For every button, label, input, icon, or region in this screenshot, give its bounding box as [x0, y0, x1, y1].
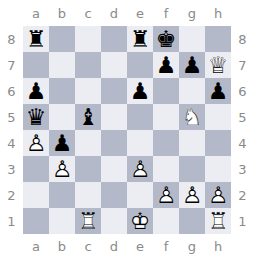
square-f8[interactable]: ♚: [153, 26, 179, 52]
piece-outline-glyph: ♘: [179, 104, 205, 130]
square-e8[interactable]: ♜: [127, 26, 153, 52]
file-labels-top: abcdefgh: [23, 0, 231, 26]
square-e7[interactable]: [127, 52, 153, 78]
piece-glyph: ♟: [49, 130, 75, 156]
square-g3[interactable]: [179, 156, 205, 182]
square-c2[interactable]: [75, 182, 101, 208]
square-g1[interactable]: [179, 208, 205, 234]
file-label-b: b: [49, 0, 75, 26]
piece-outline-glyph: ♙: [179, 182, 205, 208]
piece-black-pawn: ♟: [205, 78, 231, 104]
square-a2[interactable]: [23, 182, 49, 208]
piece-glyph: ♝: [75, 104, 101, 130]
piece-outline-glyph: ♙: [127, 156, 153, 182]
square-c8[interactable]: [75, 26, 101, 52]
square-d5[interactable]: [101, 104, 127, 130]
square-c4[interactable]: [75, 130, 101, 156]
square-b2[interactable]: [49, 182, 75, 208]
square-d2[interactable]: [101, 182, 127, 208]
square-d7[interactable]: [101, 52, 127, 78]
square-h7[interactable]: ♛♕: [205, 52, 231, 78]
rank-label-7: 7: [231, 52, 254, 78]
rank-labels-right: 87654321: [231, 26, 254, 234]
piece-white-knight: ♞♘: [179, 104, 205, 130]
piece-glyph: ♟: [205, 78, 231, 104]
square-h4[interactable]: [205, 130, 231, 156]
piece-white-rook: ♜♖: [75, 208, 101, 234]
square-e3[interactable]: ♟♙: [127, 156, 153, 182]
file-label-c: c: [75, 0, 101, 26]
piece-outline-glyph: ♙: [49, 156, 75, 182]
piece-glyph: ♛: [23, 104, 49, 130]
rank-label-4: 4: [231, 130, 254, 156]
square-b5[interactable]: [49, 104, 75, 130]
square-b4[interactable]: ♟: [49, 130, 75, 156]
piece-black-pawn: ♟: [23, 78, 49, 104]
piece-glyph: ♜: [23, 26, 49, 52]
piece-black-queen: ♛: [23, 104, 49, 130]
piece-black-pawn: ♟: [49, 130, 75, 156]
piece-glyph: ♟: [127, 78, 153, 104]
file-labels-bottom: abcdefgh: [23, 234, 231, 259]
square-f1[interactable]: [153, 208, 179, 234]
square-f3[interactable]: [153, 156, 179, 182]
piece-white-pawn: ♟♙: [205, 182, 231, 208]
square-c1[interactable]: ♜♖: [75, 208, 101, 234]
rank-label-8: 8: [231, 26, 254, 52]
square-e6[interactable]: ♟: [127, 78, 153, 104]
piece-glyph: ♟: [179, 52, 205, 78]
square-c3[interactable]: [75, 156, 101, 182]
square-f7[interactable]: ♟: [153, 52, 179, 78]
square-d8[interactable]: [101, 26, 127, 52]
file-label-e: e: [127, 234, 153, 259]
square-f5[interactable]: [153, 104, 179, 130]
piece-black-king: ♚: [153, 26, 179, 52]
square-f6[interactable]: [153, 78, 179, 104]
rank-label-2: 2: [231, 182, 254, 208]
file-label-a: a: [23, 0, 49, 26]
file-label-b: b: [49, 234, 75, 259]
rank-label-2: 2: [0, 182, 23, 208]
file-label-f: f: [153, 234, 179, 259]
square-c5[interactable]: ♝: [75, 104, 101, 130]
rank-label-1: 1: [231, 208, 254, 234]
file-label-d: d: [101, 234, 127, 259]
file-label-f: f: [153, 0, 179, 26]
square-e5[interactable]: [127, 104, 153, 130]
piece-white-pawn: ♟♙: [179, 182, 205, 208]
piece-white-rook: ♜♖: [205, 208, 231, 234]
piece-black-pawn: ♟: [153, 52, 179, 78]
square-a1[interactable]: [23, 208, 49, 234]
rank-label-8: 8: [0, 26, 23, 52]
square-e4[interactable]: [127, 130, 153, 156]
piece-white-pawn: ♟♙: [23, 130, 49, 156]
piece-outline-glyph: ♙: [153, 182, 179, 208]
square-a6[interactable]: ♟: [23, 78, 49, 104]
piece-outline-glyph: ♖: [205, 208, 231, 234]
square-g8[interactable]: [179, 26, 205, 52]
square-c7[interactable]: [75, 52, 101, 78]
square-e2[interactable]: [127, 182, 153, 208]
chess-board: ♜♜♚♟♟♛♕♟♟♟♛♝♞♘♟♙♟♟♙♟♙♟♙♟♙♟♙♜♖♚♔♜♖: [23, 26, 231, 234]
piece-outline-glyph: ♖: [75, 208, 101, 234]
square-g4[interactable]: [179, 130, 205, 156]
square-d1[interactable]: [101, 208, 127, 234]
square-h6[interactable]: ♟: [205, 78, 231, 104]
piece-outline-glyph: ♙: [205, 182, 231, 208]
rank-label-6: 6: [231, 78, 254, 104]
square-b7[interactable]: [49, 52, 75, 78]
piece-black-pawn: ♟: [127, 78, 153, 104]
piece-black-bishop: ♝: [75, 104, 101, 130]
square-g2[interactable]: ♟♙: [179, 182, 205, 208]
piece-black-rook: ♜: [23, 26, 49, 52]
piece-glyph: ♚: [153, 26, 179, 52]
square-c6[interactable]: [75, 78, 101, 104]
rank-label-7: 7: [0, 52, 23, 78]
square-b8[interactable]: [49, 26, 75, 52]
square-a4[interactable]: ♟♙: [23, 130, 49, 156]
square-g5[interactable]: ♞♘: [179, 104, 205, 130]
square-d3[interactable]: [101, 156, 127, 182]
piece-outline-glyph: ♙: [23, 130, 49, 156]
piece-black-pawn: ♟: [179, 52, 205, 78]
piece-outline-glyph: ♕: [205, 52, 231, 78]
file-label-g: g: [179, 0, 205, 26]
chess-diagram: abcdefgh 87654321 ♜♜♚♟♟♛♕♟♟♟♛♝♞♘♟♙♟♟♙♟♙♟…: [0, 0, 254, 259]
rank-label-3: 3: [231, 156, 254, 182]
piece-glyph: ♜: [127, 26, 153, 52]
rank-label-3: 3: [0, 156, 23, 182]
piece-white-king: ♚♔: [127, 208, 153, 234]
square-h2[interactable]: ♟♙: [205, 182, 231, 208]
square-a7[interactable]: [23, 52, 49, 78]
square-g7[interactable]: ♟: [179, 52, 205, 78]
piece-glyph: ♟: [23, 78, 49, 104]
rank-labels-left: 87654321: [0, 26, 23, 234]
piece-white-pawn: ♟♙: [49, 156, 75, 182]
rank-label-5: 5: [231, 104, 254, 130]
square-h5[interactable]: [205, 104, 231, 130]
piece-glyph: ♟: [153, 52, 179, 78]
square-a5[interactable]: ♛: [23, 104, 49, 130]
square-h1[interactable]: ♜♖: [205, 208, 231, 234]
rank-label-6: 6: [0, 78, 23, 104]
piece-outline-glyph: ♔: [127, 208, 153, 234]
square-d4[interactable]: [101, 130, 127, 156]
file-label-d: d: [101, 0, 127, 26]
square-h8[interactable]: [205, 26, 231, 52]
square-b1[interactable]: [49, 208, 75, 234]
file-label-g: g: [179, 234, 205, 259]
file-label-e: e: [127, 0, 153, 26]
rank-label-1: 1: [0, 208, 23, 234]
piece-white-pawn: ♟♙: [153, 182, 179, 208]
square-b6[interactable]: [49, 78, 75, 104]
square-g6[interactable]: [179, 78, 205, 104]
square-h3[interactable]: [205, 156, 231, 182]
file-label-h: h: [205, 234, 231, 259]
square-e1[interactable]: ♚♔: [127, 208, 153, 234]
piece-white-pawn: ♟♙: [127, 156, 153, 182]
rank-label-5: 5: [0, 104, 23, 130]
file-label-c: c: [75, 234, 101, 259]
square-f2[interactable]: ♟♙: [153, 182, 179, 208]
square-a8[interactable]: ♜: [23, 26, 49, 52]
square-b3[interactable]: ♟♙: [49, 156, 75, 182]
square-f4[interactable]: [153, 130, 179, 156]
rank-label-4: 4: [0, 130, 23, 156]
piece-black-rook: ♜: [127, 26, 153, 52]
file-label-h: h: [205, 0, 231, 26]
file-label-a: a: [23, 234, 49, 259]
piece-white-queen: ♛♕: [205, 52, 231, 78]
square-a3[interactable]: [23, 156, 49, 182]
square-d6[interactable]: [101, 78, 127, 104]
